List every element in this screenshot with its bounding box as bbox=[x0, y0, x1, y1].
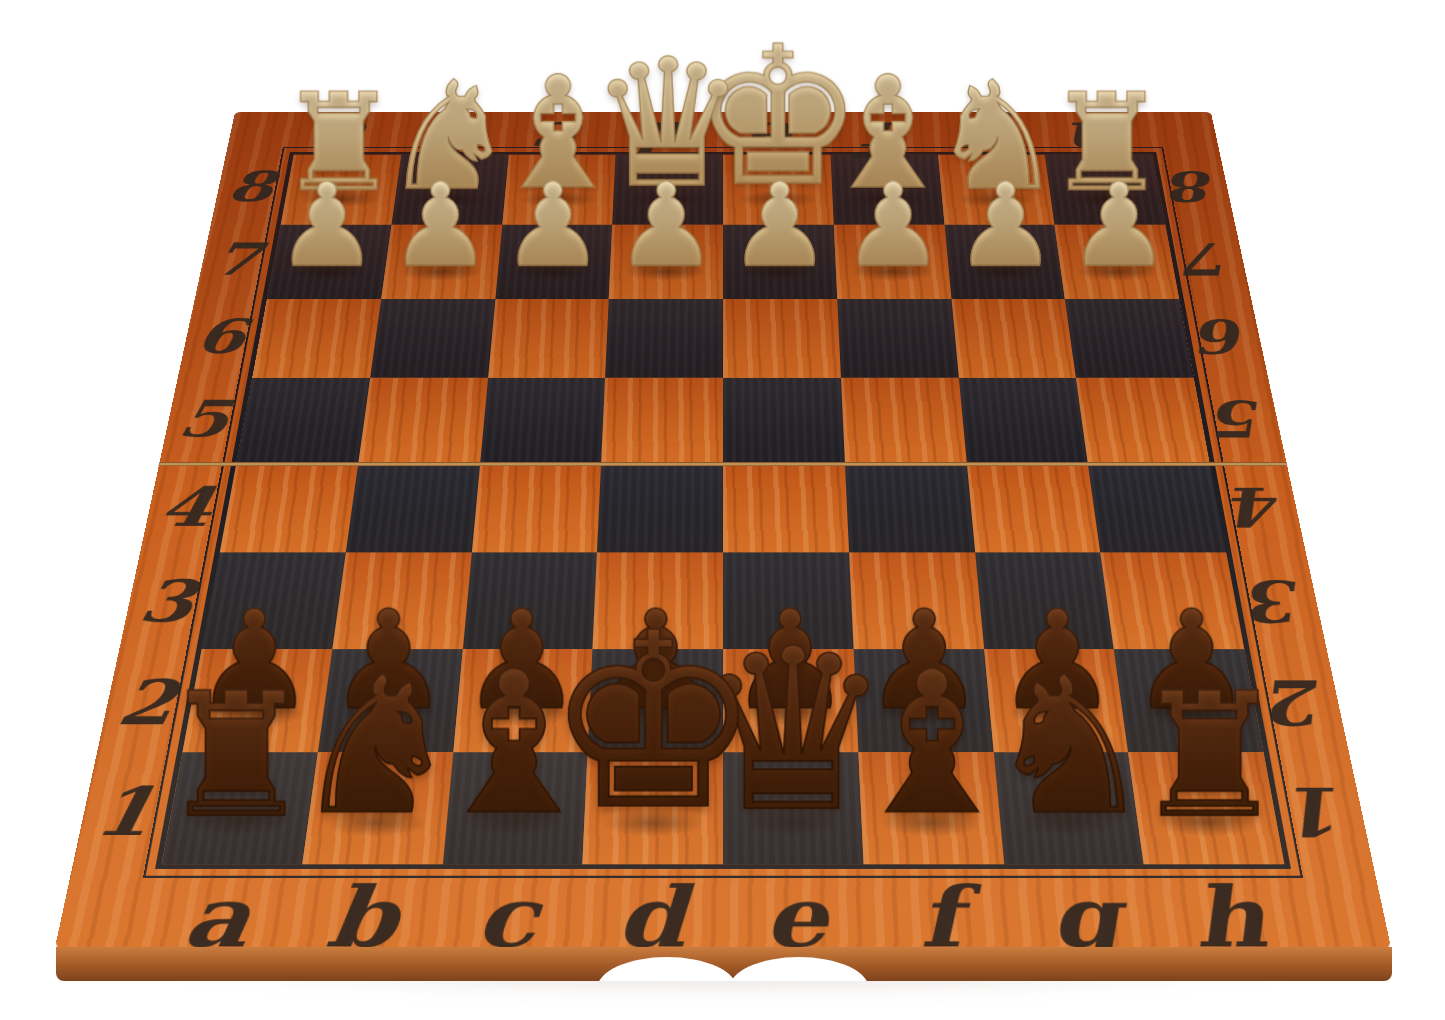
square-c4 bbox=[471, 462, 601, 552]
rank-label-left-7: 7 bbox=[208, 233, 265, 285]
rank-label-right-7: 7 bbox=[1182, 233, 1239, 285]
square-c6 bbox=[488, 299, 609, 378]
square-h5 bbox=[1076, 378, 1209, 462]
square-d6 bbox=[605, 299, 723, 378]
white-pawn-d7: ♟ bbox=[615, 171, 718, 280]
playfield: ♜♞♝♛♚♝♞♜♟♟♟♟♟♟♟♟♟♟♟♟♟♟♟♟♜♞♝♚♛♝♞♜ bbox=[155, 152, 1291, 869]
square-f1: ♝ bbox=[858, 752, 1004, 864]
square-e6 bbox=[723, 299, 841, 378]
square-a6 bbox=[252, 299, 381, 378]
rank-label-left-3: 3 bbox=[134, 567, 200, 635]
square-d7: ♟ bbox=[609, 225, 723, 299]
white-pawn-c7: ♟ bbox=[502, 171, 605, 280]
square-b4 bbox=[346, 462, 480, 552]
edge-notch-left bbox=[597, 957, 737, 981]
rank-label-right-1: 1 bbox=[1285, 772, 1358, 851]
square-f4 bbox=[845, 462, 975, 552]
square-a5 bbox=[237, 378, 370, 462]
square-c7: ♟ bbox=[495, 225, 612, 299]
fold-seam bbox=[158, 462, 1287, 466]
square-e5 bbox=[723, 378, 845, 462]
square-d5 bbox=[601, 378, 723, 462]
black-rook-a1: ♜ bbox=[160, 674, 314, 837]
file-labels-near: abcdefgh bbox=[140, 868, 1306, 947]
square-b6 bbox=[370, 299, 495, 378]
rank-label-left-5: 5 bbox=[173, 389, 234, 448]
square-h1: ♜ bbox=[1128, 752, 1284, 864]
square-g6 bbox=[951, 299, 1076, 378]
square-b5 bbox=[358, 378, 487, 462]
square-b7: ♟ bbox=[381, 225, 502, 299]
square-h7: ♟ bbox=[1055, 225, 1179, 299]
square-f7: ♟ bbox=[834, 225, 951, 299]
square-d1: ♚ bbox=[583, 752, 723, 864]
square-g4 bbox=[966, 462, 1100, 552]
rank-label-right-3: 3 bbox=[1246, 567, 1312, 635]
square-g5 bbox=[958, 378, 1087, 462]
square-f6 bbox=[837, 299, 958, 378]
rank-label-left-6: 6 bbox=[191, 308, 250, 364]
rank-label-right-4: 4 bbox=[1228, 475, 1292, 538]
white-pawn-g7: ♟ bbox=[954, 171, 1057, 280]
square-g7: ♟ bbox=[944, 225, 1065, 299]
black-king-d1: ♚ bbox=[545, 607, 762, 837]
square-a1: ♜ bbox=[162, 752, 318, 864]
white-pawn-f7: ♟ bbox=[841, 171, 944, 280]
board: ♜♞♝♛♚♝♞♜♟♟♟♟♟♟♟♟♟♟♟♟♟♟♟♟♜♞♝♚♛♝♞♜ abcdefg… bbox=[55, 112, 1391, 948]
white-pawn-e7: ♟ bbox=[728, 171, 831, 280]
square-e7: ♟ bbox=[723, 225, 837, 299]
rank-label-right-6: 6 bbox=[1196, 308, 1255, 364]
square-c5 bbox=[480, 378, 606, 462]
rank-label-left-4: 4 bbox=[154, 475, 218, 538]
square-h6 bbox=[1065, 299, 1194, 378]
square-a7: ♟ bbox=[267, 225, 391, 299]
edge-notch-right bbox=[729, 957, 869, 981]
product-photo-stage: ♜♞♝♛♚♝♞♜♟♟♟♟♟♟♟♟♟♟♟♟♟♟♟♟♜♞♝♚♛♝♞♜ abcdefg… bbox=[0, 0, 1445, 1020]
square-a4 bbox=[220, 462, 358, 552]
rank-label-right-8: 8 bbox=[1168, 162, 1223, 211]
white-pawn-h7: ♟ bbox=[1067, 171, 1170, 280]
rank-label-left-1: 1 bbox=[88, 772, 161, 851]
square-h4 bbox=[1088, 462, 1226, 552]
white-pawn-b7: ♟ bbox=[388, 171, 491, 280]
white-pawn-a7: ♟ bbox=[275, 171, 378, 280]
black-bishop-f1: ♝ bbox=[844, 650, 1020, 837]
rank-label-right-5: 5 bbox=[1212, 389, 1273, 448]
rank-label-left-8: 8 bbox=[223, 162, 278, 211]
board-front-edge bbox=[56, 947, 1392, 981]
black-rook-h1: ♜ bbox=[1133, 674, 1287, 837]
square-e4 bbox=[723, 462, 849, 552]
square-f5 bbox=[841, 378, 967, 462]
square-d4 bbox=[597, 462, 723, 552]
